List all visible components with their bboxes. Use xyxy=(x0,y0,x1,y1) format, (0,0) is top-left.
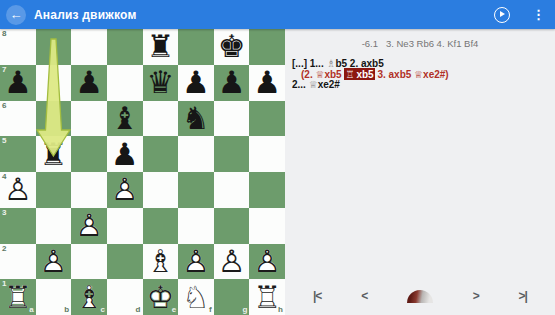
white-pawn: ♟♙ xyxy=(36,244,72,280)
rank-label: 8 xyxy=(2,30,6,38)
square-e2[interactable]: ♝♗ xyxy=(143,244,179,280)
move-token[interactable]: 2... xyxy=(292,79,309,90)
black-pawn: ♟ xyxy=(0,65,36,101)
square-b8[interactable] xyxy=(36,29,72,65)
square-b3[interactable] xyxy=(36,208,72,244)
square-c5[interactable] xyxy=(71,136,107,172)
move-token[interactable]: [...] 1... xyxy=(292,58,326,69)
square-c6[interactable] xyxy=(71,101,107,137)
black-pawn: ♟ xyxy=(107,136,143,172)
square-c4[interactable] xyxy=(71,172,107,208)
engine-gauge-icon[interactable] xyxy=(407,290,433,303)
rank-label: 3 xyxy=(2,209,6,217)
file-label: g xyxy=(242,306,247,314)
analysis-panel: -6.1 3. Ne3 Rb6 4. Kf1 Bf4 [...] 1... ♗b… xyxy=(285,29,555,315)
square-h3[interactable] xyxy=(249,208,285,244)
square-f4[interactable] xyxy=(178,172,214,208)
white-pawn: ♟♙ xyxy=(71,208,107,244)
black-pawn: ♟ xyxy=(71,65,107,101)
square-c1[interactable]: c♝♗ xyxy=(71,279,107,315)
move-token[interactable]: xe2# xyxy=(318,79,340,90)
square-e8[interactable]: ♜ xyxy=(143,29,179,65)
back-button[interactable]: ← xyxy=(6,5,26,25)
square-g7[interactable]: ♟ xyxy=(214,65,250,101)
square-a8[interactable]: 8 xyxy=(0,29,36,65)
white-pawn: ♟♙ xyxy=(107,172,143,208)
page-title: Анализ движком xyxy=(34,8,136,22)
black-rook: ♜ xyxy=(36,136,72,172)
square-d6[interactable]: ♝ xyxy=(107,101,143,137)
square-a3[interactable]: 3 xyxy=(0,208,36,244)
move-token[interactable]: xb5 xyxy=(324,69,344,80)
square-h7[interactable]: ♟ xyxy=(249,65,285,101)
square-b5[interactable]: ♜ xyxy=(36,136,72,172)
square-g4[interactable] xyxy=(214,172,250,208)
play-circle-icon[interactable] xyxy=(494,7,510,23)
white-pawn: ♟♙ xyxy=(0,172,36,208)
move-token[interactable]: ♕ xyxy=(309,79,318,90)
engine-eval-line: -6.1 3. Ne3 Rb6 4. Kf1 Bf4 xyxy=(285,38,555,49)
play-triangle-icon xyxy=(500,11,505,17)
rank-label: 5 xyxy=(2,137,6,145)
square-f3[interactable] xyxy=(178,208,214,244)
rank-label: 6 xyxy=(2,102,6,110)
square-b4[interactable] xyxy=(36,172,72,208)
white-king: ♚♔ xyxy=(143,279,179,315)
square-g6[interactable] xyxy=(214,101,250,137)
board-area: 8♜♚7♟♟♛♟♟♟6♝♞5♜♟4♟♙♟♙3♟♙2♟♙♝♗♟♙♟♙♟♙1a♜♖b… xyxy=(0,29,285,315)
black-rook: ♜ xyxy=(143,29,179,65)
white-bishop: ♝♗ xyxy=(71,279,107,315)
square-c8[interactable] xyxy=(71,29,107,65)
black-king: ♚ xyxy=(214,29,250,65)
square-h4[interactable] xyxy=(249,172,285,208)
black-knight: ♞ xyxy=(178,101,214,137)
white-bishop: ♝♗ xyxy=(143,244,179,280)
square-b7[interactable] xyxy=(36,65,72,101)
square-g3[interactable] xyxy=(214,208,250,244)
square-a2[interactable]: 2 xyxy=(0,244,36,280)
square-c2[interactable] xyxy=(71,244,107,280)
white-pawn: ♟♙ xyxy=(249,244,285,280)
square-h6[interactable] xyxy=(249,101,285,137)
file-label: d xyxy=(136,306,141,314)
square-d8[interactable] xyxy=(107,29,143,65)
square-d4[interactable]: ♟♙ xyxy=(107,172,143,208)
square-g8[interactable]: ♚ xyxy=(214,29,250,65)
current-move[interactable]: ♖ xyxy=(344,68,355,80)
square-b1[interactable]: b xyxy=(36,279,72,315)
square-f1[interactable]: f♞♘ xyxy=(178,279,214,315)
arrow-left-icon: ← xyxy=(10,8,23,21)
previous-move-button[interactable]: < xyxy=(361,290,367,302)
square-h8[interactable] xyxy=(249,29,285,65)
chess-board: 8♜♚7♟♟♛♟♟♟6♝♞5♜♟4♟♙♟♙3♟♙2♟♙♝♗♟♙♟♙♟♙1a♜♖b… xyxy=(0,29,285,315)
go-to-end-button[interactable]: >| xyxy=(519,290,527,302)
analysis-line: 2... ♕xe2# xyxy=(292,80,555,91)
square-e6[interactable] xyxy=(143,101,179,137)
navigation-bar: |< < > >| xyxy=(285,283,555,309)
more-vert-icon[interactable]: ⋮ xyxy=(532,8,545,21)
square-d3[interactable] xyxy=(107,208,143,244)
square-d1[interactable]: d xyxy=(107,279,143,315)
square-d2[interactable] xyxy=(107,244,143,280)
square-h5[interactable] xyxy=(249,136,285,172)
app-bar: ← Анализ движком ⋮ xyxy=(0,0,555,29)
square-a5[interactable]: 5 xyxy=(0,136,36,172)
square-a1[interactable]: 1a♜♖ xyxy=(0,279,36,315)
move-token[interactable]: 3. axb5 xyxy=(375,69,414,80)
next-move-button[interactable]: > xyxy=(473,290,479,302)
square-d7[interactable] xyxy=(107,65,143,101)
square-f8[interactable] xyxy=(178,29,214,65)
square-d5[interactable]: ♟ xyxy=(107,136,143,172)
square-c7[interactable]: ♟ xyxy=(71,65,107,101)
square-h1[interactable]: h♜♖ xyxy=(249,279,285,315)
square-c3[interactable]: ♟♙ xyxy=(71,208,107,244)
white-knight: ♞♘ xyxy=(178,279,214,315)
square-b6[interactable] xyxy=(36,101,72,137)
rank-label: 2 xyxy=(2,245,6,253)
square-g5[interactable] xyxy=(214,136,250,172)
square-a7[interactable]: 7♟ xyxy=(0,65,36,101)
white-pawn: ♟♙ xyxy=(178,244,214,280)
square-b2[interactable]: ♟♙ xyxy=(36,244,72,280)
square-f2[interactable]: ♟♙ xyxy=(178,244,214,280)
square-e5[interactable] xyxy=(143,136,179,172)
black-bishop: ♝ xyxy=(107,101,143,137)
move-token[interactable]: xe2#) xyxy=(423,69,449,80)
square-f7[interactable]: ♟ xyxy=(178,65,214,101)
square-f6[interactable]: ♞ xyxy=(178,101,214,137)
square-f5[interactable] xyxy=(178,136,214,172)
square-e4[interactable] xyxy=(143,172,179,208)
white-rook: ♜♖ xyxy=(0,279,36,315)
square-a4[interactable]: 4♟♙ xyxy=(0,172,36,208)
black-queen: ♛ xyxy=(143,65,179,101)
square-h2[interactable]: ♟♙ xyxy=(249,244,285,280)
square-g1[interactable]: g xyxy=(214,279,250,315)
square-a6[interactable]: 6 xyxy=(0,101,36,137)
square-e1[interactable]: e♚♔ xyxy=(143,279,179,315)
white-rook: ♜♖ xyxy=(249,279,285,315)
current-move[interactable]: xb5 xyxy=(355,68,374,80)
white-pawn: ♟♙ xyxy=(214,244,250,280)
engine-analysis-screen: ← Анализ движком ⋮ 8♜♚7♟♟♛♟♟♟6♝♞5♜♟4♟♙♟♙… xyxy=(0,0,555,315)
square-g2[interactable]: ♟♙ xyxy=(214,244,250,280)
move-token[interactable]: (2. xyxy=(301,69,315,80)
square-e7[interactable]: ♛ xyxy=(143,65,179,101)
move-token[interactable]: ♕ xyxy=(414,69,423,80)
square-e3[interactable] xyxy=(143,208,179,244)
analysis-moves: [...] 1... ♗b5 2. axb5(2. ♕xb5 ♖xb5 3. a… xyxy=(285,59,555,91)
black-pawn: ♟ xyxy=(249,65,285,101)
file-label: b xyxy=(64,306,69,314)
black-pawn: ♟ xyxy=(214,65,250,101)
black-pawn: ♟ xyxy=(178,65,214,101)
go-to-start-button[interactable]: |< xyxy=(313,290,321,302)
